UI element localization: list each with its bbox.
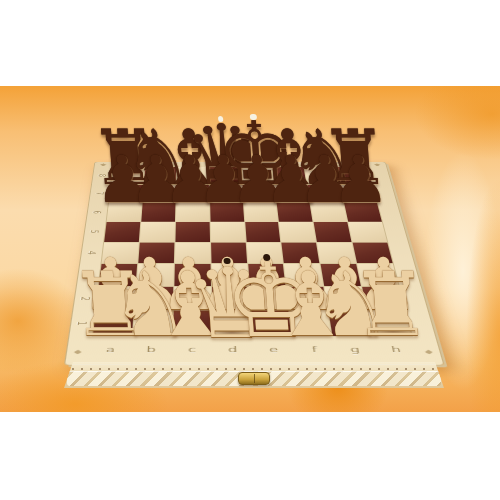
piece-shadow [173, 175, 210, 185]
piece-shadow [169, 326, 214, 338]
piece-shadow [287, 300, 331, 312]
piece-shadow [365, 300, 409, 312]
piece-shadow [241, 193, 279, 203]
piece-shadow [330, 326, 375, 338]
piece-shadow [129, 326, 174, 338]
piece-shadow [326, 300, 370, 312]
piece-shadow [248, 300, 292, 312]
piece-shadow [206, 175, 243, 185]
piece-shadow [274, 193, 312, 203]
piece-shadow [173, 193, 211, 203]
piece-shadow [141, 175, 178, 185]
piece-shadow [209, 300, 253, 312]
piece-shadow [239, 175, 276, 185]
piece-shadow [207, 193, 245, 203]
piece-shadow [338, 175, 375, 185]
piece-shadow [108, 175, 145, 185]
photo-background: 87654321 abcdefgh ◆ ◆ ◆ ◆ ♜♞♝♛♚♝♞♜♟♟♟♟♟♟… [0, 86, 500, 412]
piece-shadow [272, 175, 309, 185]
white-margin-top [0, 0, 500, 86]
finial-tip [218, 116, 224, 122]
finial-tip [263, 254, 271, 261]
white-margin-bottom [0, 412, 500, 500]
box-front-edge [64, 362, 444, 388]
finial-tip [223, 258, 230, 265]
piece-shadow [290, 326, 335, 338]
brass-clasp-icon [238, 372, 270, 385]
piece-black-king: ♚ [208, 111, 304, 198]
piece-shadow [139, 193, 177, 203]
finial-tip [250, 114, 257, 120]
piece-shadow [92, 300, 136, 312]
piece-shadow [370, 326, 415, 338]
piece-shadow [209, 326, 254, 338]
piece-shadow [308, 193, 346, 203]
piece-shadow [170, 300, 214, 312]
piece-shadow [131, 300, 175, 312]
piece-shadow [342, 193, 380, 203]
piece-shadow [249, 326, 294, 338]
piece-shadow [305, 175, 342, 185]
tick-strip [72, 364, 436, 370]
piece-shadow [105, 193, 143, 203]
piece-shadow [89, 326, 134, 338]
